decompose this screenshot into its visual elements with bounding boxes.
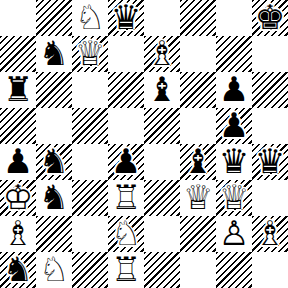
black-bishop-icon: ♝ bbox=[144, 72, 180, 108]
square-f1[interactable] bbox=[180, 252, 216, 288]
square-d5[interactable] bbox=[108, 108, 144, 144]
square-h7[interactable] bbox=[252, 36, 288, 72]
piece-white-rook[interactable]: ♜♖ bbox=[108, 252, 144, 288]
piece-black-pawn[interactable]: ♟♟ bbox=[216, 72, 252, 108]
square-h3[interactable] bbox=[252, 180, 288, 216]
black-queen-icon: ♛ bbox=[216, 144, 252, 180]
square-c3[interactable] bbox=[72, 180, 108, 216]
square-f7[interactable] bbox=[180, 36, 216, 72]
square-h2[interactable]: ♝♗ bbox=[252, 216, 288, 252]
black-pawn-icon: ♟ bbox=[216, 108, 252, 144]
black-knight-icon: ♞ bbox=[36, 144, 72, 180]
square-b1[interactable]: ♞♘ bbox=[36, 252, 72, 288]
white-bishop-icon: ♗ bbox=[0, 216, 36, 252]
square-g5[interactable]: ♟♟ bbox=[216, 108, 252, 144]
square-d7[interactable] bbox=[108, 36, 144, 72]
black-knight-icon: ♞ bbox=[36, 180, 72, 216]
white-rook-icon: ♖ bbox=[108, 252, 144, 288]
square-b4[interactable]: ♞♞ bbox=[36, 144, 72, 180]
square-e7[interactable]: ♝♗ bbox=[144, 36, 180, 72]
square-a2[interactable]: ♝♗ bbox=[0, 216, 36, 252]
piece-black-pawn[interactable]: ♟♟ bbox=[0, 144, 36, 180]
square-d2[interactable]: ♞♘ bbox=[108, 216, 144, 252]
black-pawn-icon: ♟ bbox=[0, 144, 36, 180]
square-e3[interactable] bbox=[144, 180, 180, 216]
square-c4[interactable] bbox=[72, 144, 108, 180]
white-bishop-icon: ♗ bbox=[144, 36, 180, 72]
square-e6[interactable]: ♝♝ bbox=[144, 72, 180, 108]
square-g4[interactable]: ♛♛ bbox=[216, 144, 252, 180]
black-bishop-icon: ♝ bbox=[180, 144, 216, 180]
white-knight-icon: ♘ bbox=[108, 216, 144, 252]
black-pawn-icon: ♟ bbox=[108, 144, 144, 180]
square-b3[interactable]: ♞♞ bbox=[36, 180, 72, 216]
piece-white-bishop[interactable]: ♝♗ bbox=[252, 216, 288, 252]
square-c5[interactable] bbox=[72, 108, 108, 144]
square-a4[interactable]: ♟♟ bbox=[0, 144, 36, 180]
piece-black-king[interactable]: ♚♚ bbox=[252, 0, 288, 36]
white-rook-icon: ♖ bbox=[108, 180, 144, 216]
piece-white-king[interactable]: ♚♔ bbox=[0, 180, 36, 216]
square-f3[interactable]: ♛♕ bbox=[180, 180, 216, 216]
square-b6[interactable] bbox=[36, 72, 72, 108]
square-b7[interactable]: ♞♞ bbox=[36, 36, 72, 72]
piece-black-bishop[interactable]: ♝♝ bbox=[180, 144, 216, 180]
square-b2[interactable] bbox=[36, 216, 72, 252]
black-king-icon: ♚ bbox=[252, 0, 288, 36]
white-queen-icon: ♕ bbox=[180, 180, 216, 216]
square-d6[interactable] bbox=[108, 72, 144, 108]
square-b8[interactable] bbox=[36, 0, 72, 36]
black-rook-icon: ♜ bbox=[0, 72, 36, 108]
white-knight-icon: ♘ bbox=[72, 0, 108, 36]
white-queen-icon: ♕ bbox=[216, 180, 252, 216]
white-pawn-icon: ♙ bbox=[216, 216, 252, 252]
piece-white-queen[interactable]: ♛♕ bbox=[72, 36, 108, 72]
piece-white-queen[interactable]: ♛♕ bbox=[216, 180, 252, 216]
white-king-icon: ♔ bbox=[0, 180, 36, 216]
square-a3[interactable]: ♚♔ bbox=[0, 180, 36, 216]
white-knight-icon: ♘ bbox=[36, 252, 72, 288]
square-e8[interactable] bbox=[144, 0, 180, 36]
square-a5[interactable] bbox=[0, 108, 36, 144]
piece-white-bishop[interactable]: ♝♗ bbox=[0, 216, 36, 252]
white-queen-icon: ♕ bbox=[72, 36, 108, 72]
square-g8[interactable] bbox=[216, 0, 252, 36]
square-a1[interactable]: ♞♞ bbox=[0, 252, 36, 288]
piece-white-knight[interactable]: ♞♘ bbox=[72, 0, 108, 36]
square-e4[interactable] bbox=[144, 144, 180, 180]
square-g3[interactable]: ♛♕ bbox=[216, 180, 252, 216]
piece-white-queen[interactable]: ♛♕ bbox=[180, 180, 216, 216]
piece-black-queen[interactable]: ♛♛ bbox=[216, 144, 252, 180]
chess-board: ♞♘♛♛♚♚♞♞♛♕♝♗♜♜♝♝♟♟♟♟♟♟♞♞♟♟♝♝♛♛♛♛♚♔♞♞♜♖♛♕… bbox=[0, 0, 288, 288]
piece-white-knight[interactable]: ♞♘ bbox=[108, 216, 144, 252]
piece-black-queen[interactable]: ♛♛ bbox=[108, 0, 144, 36]
square-c8[interactable]: ♞♘ bbox=[72, 0, 108, 36]
square-e2[interactable] bbox=[144, 216, 180, 252]
square-d1[interactable]: ♜♖ bbox=[108, 252, 144, 288]
square-h1[interactable] bbox=[252, 252, 288, 288]
square-f5[interactable] bbox=[180, 108, 216, 144]
square-h8[interactable]: ♚♚ bbox=[252, 0, 288, 36]
square-h5[interactable] bbox=[252, 108, 288, 144]
black-pawn-icon: ♟ bbox=[216, 72, 252, 108]
piece-black-pawn[interactable]: ♟♟ bbox=[108, 144, 144, 180]
square-d4[interactable]: ♟♟ bbox=[108, 144, 144, 180]
square-d3[interactable]: ♜♖ bbox=[108, 180, 144, 216]
black-knight-icon: ♞ bbox=[36, 36, 72, 72]
square-e5[interactable] bbox=[144, 108, 180, 144]
square-c2[interactable] bbox=[72, 216, 108, 252]
square-c1[interactable] bbox=[72, 252, 108, 288]
square-a6[interactable]: ♜♜ bbox=[0, 72, 36, 108]
square-f6[interactable] bbox=[180, 72, 216, 108]
square-g1[interactable] bbox=[216, 252, 252, 288]
piece-white-pawn[interactable]: ♟♙ bbox=[216, 216, 252, 252]
piece-black-pawn[interactable]: ♟♟ bbox=[216, 108, 252, 144]
square-g6[interactable]: ♟♟ bbox=[216, 72, 252, 108]
square-f2[interactable] bbox=[180, 216, 216, 252]
white-bishop-icon: ♗ bbox=[252, 216, 288, 252]
piece-white-rook[interactable]: ♜♖ bbox=[108, 180, 144, 216]
piece-black-rook[interactable]: ♜♜ bbox=[0, 72, 36, 108]
piece-black-knight[interactable]: ♞♞ bbox=[0, 252, 36, 288]
square-a8[interactable] bbox=[0, 0, 36, 36]
piece-black-knight[interactable]: ♞♞ bbox=[36, 144, 72, 180]
black-queen-icon: ♛ bbox=[252, 144, 288, 180]
square-f4[interactable]: ♝♝ bbox=[180, 144, 216, 180]
piece-white-bishop[interactable]: ♝♗ bbox=[144, 36, 180, 72]
square-a7[interactable] bbox=[0, 36, 36, 72]
square-e1[interactable] bbox=[144, 252, 180, 288]
square-g7[interactable] bbox=[216, 36, 252, 72]
square-c6[interactable] bbox=[72, 72, 108, 108]
square-f8[interactable] bbox=[180, 0, 216, 36]
square-c7[interactable]: ♛♕ bbox=[72, 36, 108, 72]
square-h6[interactable] bbox=[252, 72, 288, 108]
black-queen-icon: ♛ bbox=[108, 0, 144, 36]
piece-black-knight[interactable]: ♞♞ bbox=[36, 180, 72, 216]
square-g2[interactable]: ♟♙ bbox=[216, 216, 252, 252]
square-h4[interactable]: ♛♛ bbox=[252, 144, 288, 180]
piece-black-bishop[interactable]: ♝♝ bbox=[144, 72, 180, 108]
black-knight-icon: ♞ bbox=[0, 252, 36, 288]
piece-black-knight[interactable]: ♞♞ bbox=[36, 36, 72, 72]
piece-white-knight[interactable]: ♞♘ bbox=[36, 252, 72, 288]
square-b5[interactable] bbox=[36, 108, 72, 144]
piece-black-queen[interactable]: ♛♛ bbox=[252, 144, 288, 180]
square-d8[interactable]: ♛♛ bbox=[108, 0, 144, 36]
